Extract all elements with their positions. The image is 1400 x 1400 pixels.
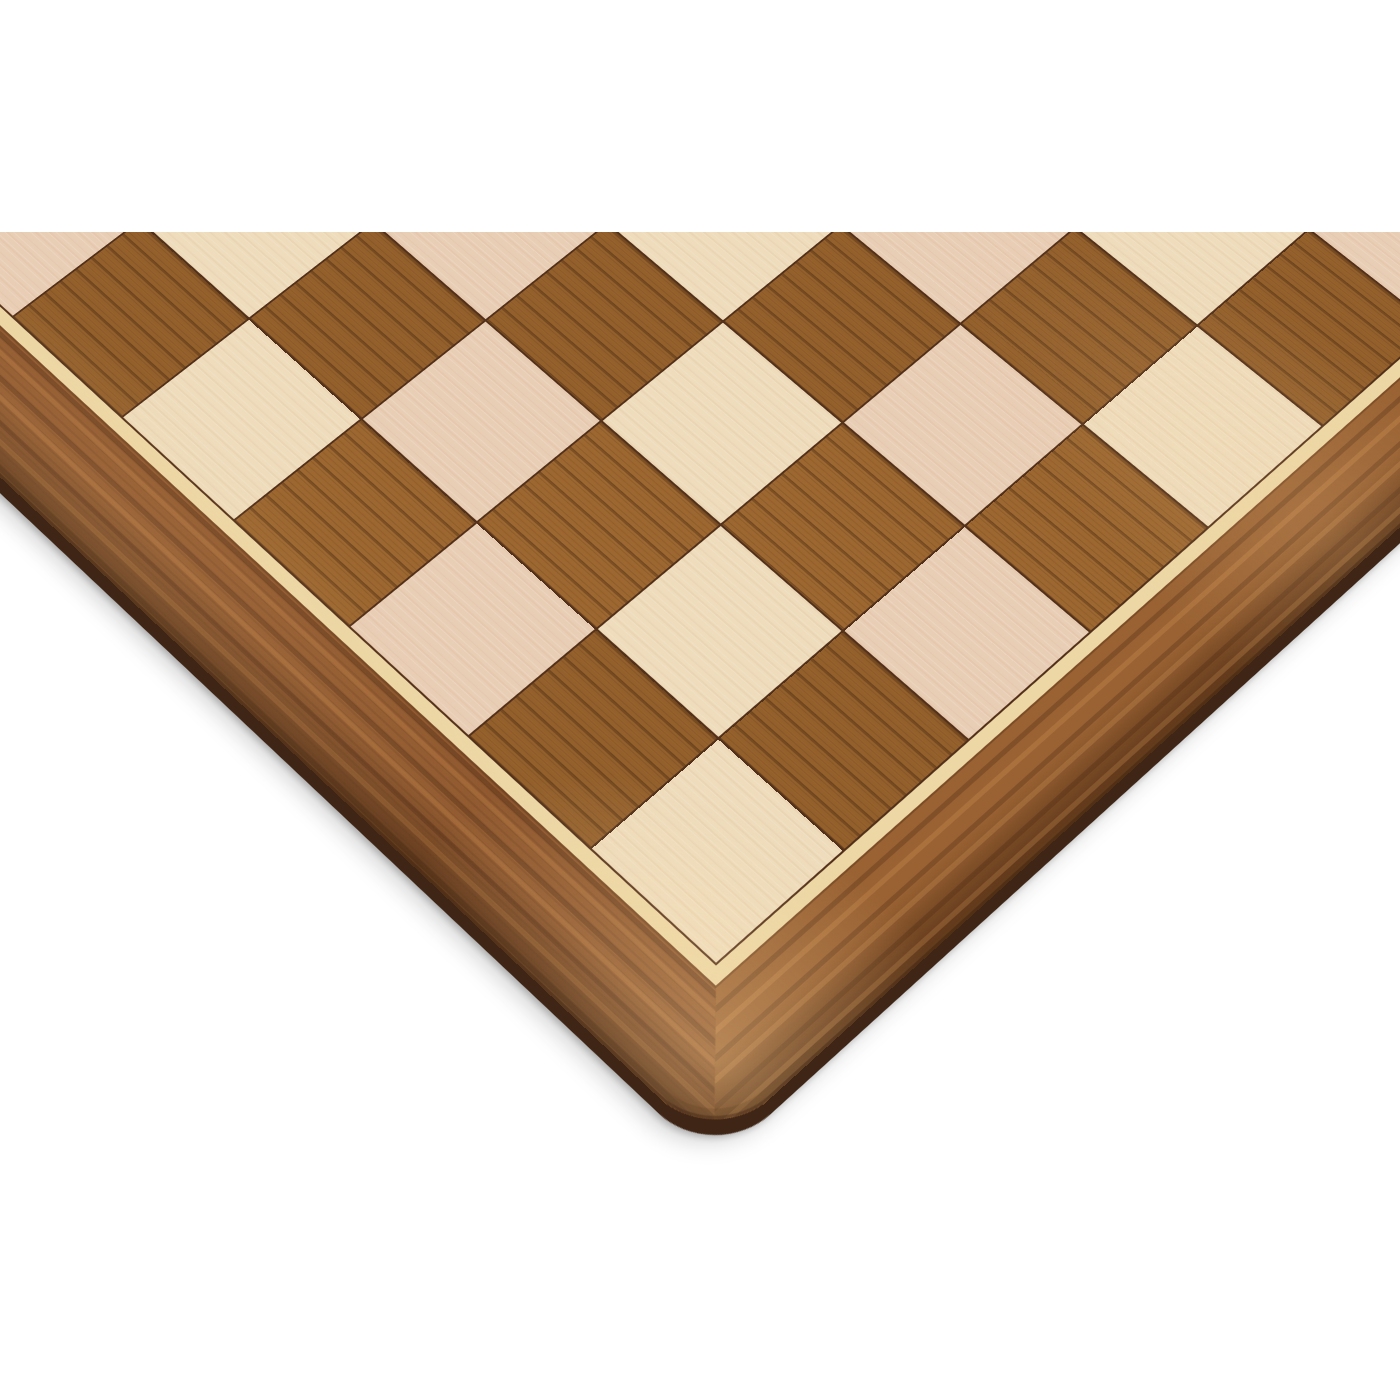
board-photo-crop (0, 232, 1400, 1400)
photo-canvas (0, 0, 1400, 1400)
